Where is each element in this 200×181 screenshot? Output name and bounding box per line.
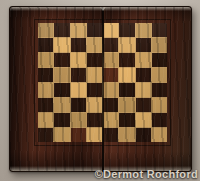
board-top-edge — [10, 7, 191, 11]
square-e8 — [103, 23, 118, 37]
square-g2 — [136, 113, 151, 127]
square-a1 — [38, 128, 53, 142]
square-f8 — [119, 23, 134, 37]
square-a4 — [38, 83, 53, 97]
square-h6 — [152, 53, 167, 67]
square-f3 — [119, 98, 134, 112]
square-f6 — [119, 53, 134, 67]
square-a2 — [38, 113, 53, 127]
chessboard — [9, 6, 192, 172]
square-h3 — [152, 98, 167, 112]
square-g4 — [136, 83, 151, 97]
square-h4 — [152, 83, 167, 97]
square-g3 — [136, 98, 151, 112]
square-e6 — [103, 53, 118, 67]
watermark: ©Dermot Rochford — [95, 168, 198, 180]
square-h7 — [152, 38, 167, 52]
square-b5 — [54, 68, 69, 82]
square-c6 — [71, 53, 86, 67]
square-h1 — [152, 128, 167, 142]
square-d4 — [87, 83, 102, 97]
square-f4 — [119, 83, 134, 97]
square-g8 — [136, 23, 151, 37]
square-b4 — [54, 83, 69, 97]
square-h8 — [152, 23, 167, 37]
square-e4 — [103, 83, 118, 97]
square-d3 — [87, 98, 102, 112]
square-h2 — [152, 113, 167, 127]
square-f1 — [119, 128, 134, 142]
square-d8 — [87, 23, 102, 37]
square-a6 — [38, 53, 53, 67]
square-e7 — [103, 38, 118, 52]
square-f5 — [119, 68, 134, 82]
square-g1 — [136, 128, 151, 142]
square-c4 — [71, 83, 86, 97]
square-a7 — [38, 38, 53, 52]
square-d6 — [87, 53, 102, 67]
square-b7 — [54, 38, 69, 52]
square-c3 — [71, 98, 86, 112]
square-d7 — [87, 38, 102, 52]
square-c8 — [71, 23, 86, 37]
square-g5 — [136, 68, 151, 82]
square-c2 — [71, 113, 86, 127]
square-b2 — [54, 113, 69, 127]
square-c5 — [71, 68, 86, 82]
square-e2 — [103, 113, 118, 127]
square-g7 — [136, 38, 151, 52]
square-e1 — [103, 128, 118, 142]
square-a5 — [38, 68, 53, 82]
square-c1 — [71, 128, 86, 142]
square-d5 — [87, 68, 102, 82]
square-g6 — [136, 53, 151, 67]
square-a3 — [38, 98, 53, 112]
square-b8 — [54, 23, 69, 37]
square-f2 — [119, 113, 134, 127]
square-e5 — [103, 68, 118, 82]
square-a8 — [38, 23, 53, 37]
square-b6 — [54, 53, 69, 67]
square-b1 — [54, 128, 69, 142]
square-c7 — [71, 38, 86, 52]
square-f7 — [119, 38, 134, 52]
photo-background: ©Dermot Rochford — [0, 0, 200, 181]
square-e3 — [103, 98, 118, 112]
square-b3 — [54, 98, 69, 112]
square-h5 — [152, 68, 167, 82]
square-d1 — [87, 128, 102, 142]
hinge-seam — [102, 7, 104, 171]
square-d2 — [87, 113, 102, 127]
